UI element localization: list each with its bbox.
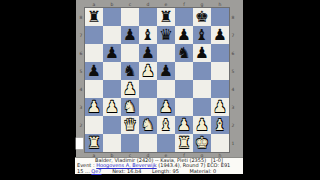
square-e7: ♛ bbox=[157, 26, 175, 44]
square-e5: ♟ bbox=[157, 62, 175, 80]
white-knight-c3: ♞ bbox=[123, 98, 137, 116]
square-g3 bbox=[193, 98, 211, 116]
square-f4 bbox=[175, 80, 193, 98]
white-knight-d2: ♞ bbox=[141, 116, 155, 134]
square-c5: ♞ bbox=[121, 62, 139, 80]
file-label-e: e bbox=[157, 1, 175, 7]
square-f6: ♞ bbox=[175, 44, 193, 62]
white-pawn-h3: ♟ bbox=[213, 98, 227, 116]
square-f1: ♜ bbox=[175, 134, 193, 152]
square-h3: ♟ bbox=[211, 98, 229, 116]
black-pawn-g6: ♟ bbox=[195, 44, 209, 62]
next-move: 16.b4 bbox=[127, 168, 141, 174]
rank-label-4: 4 bbox=[230, 80, 236, 98]
white-bishop-e2: ♝ bbox=[159, 116, 173, 134]
square-c8 bbox=[121, 8, 139, 26]
caption-bar: Balder, Vladimir (2420) -- Kavia, Pleti … bbox=[75, 157, 243, 174]
square-f7: ♟ bbox=[175, 26, 193, 44]
black-pawn-h7: ♟ bbox=[213, 26, 227, 44]
square-h7: ♟ bbox=[211, 26, 229, 44]
square-c7: ♟ bbox=[121, 26, 139, 44]
rank-labels-left: 87654321 bbox=[78, 8, 84, 152]
square-f2: ♟ bbox=[175, 116, 193, 134]
white-pawn-f2: ♟ bbox=[177, 116, 191, 134]
square-d5: ♟ bbox=[139, 62, 157, 80]
square-d2: ♞ bbox=[139, 116, 157, 134]
square-a5: ♟ bbox=[85, 62, 103, 80]
square-a1: ♜ bbox=[85, 134, 103, 152]
white-rook-f1: ♜ bbox=[177, 134, 191, 152]
square-c6 bbox=[121, 44, 139, 62]
rank-label-3: 3 bbox=[78, 98, 84, 116]
square-e2: ♝ bbox=[157, 116, 175, 134]
square-g5 bbox=[193, 62, 211, 80]
square-a4 bbox=[85, 80, 103, 98]
file-labels-top: abcdefgh bbox=[85, 1, 229, 7]
length-label: Length: bbox=[152, 168, 171, 174]
next-label: Next: bbox=[112, 168, 125, 174]
video-frame: abcdefgh 87654321 87654321 ♜♜♚♟♝♛♟♝♟♟♟♞♟… bbox=[0, 0, 320, 180]
square-h1 bbox=[211, 134, 229, 152]
rank-label-8: 8 bbox=[230, 8, 236, 26]
square-g8: ♚ bbox=[193, 8, 211, 26]
square-f3 bbox=[175, 98, 193, 116]
rank-label-3: 3 bbox=[230, 98, 236, 116]
square-d7: ♝ bbox=[139, 26, 157, 44]
rank-label-8: 8 bbox=[78, 8, 84, 26]
square-e1 bbox=[157, 134, 175, 152]
square-b6: ♟ bbox=[103, 44, 121, 62]
rank-label-5: 5 bbox=[78, 62, 84, 80]
length-value: 95 bbox=[173, 168, 179, 174]
rank-label-4: 4 bbox=[78, 80, 84, 98]
square-c4: ♟ bbox=[121, 80, 139, 98]
rank-labels-right: 87654321 bbox=[230, 8, 236, 152]
black-pawn-f7: ♟ bbox=[177, 26, 191, 44]
rank-label-6: 6 bbox=[78, 44, 84, 62]
black-rook-e8: ♜ bbox=[159, 8, 173, 26]
black-pawn-b6: ♟ bbox=[105, 44, 119, 62]
square-b5 bbox=[103, 62, 121, 80]
black-queen-e7: ♛ bbox=[159, 26, 173, 44]
square-h8 bbox=[211, 8, 229, 26]
square-b8 bbox=[103, 8, 121, 26]
black-pawn-d6: ♟ bbox=[141, 44, 155, 62]
square-h6 bbox=[211, 44, 229, 62]
move-played-link[interactable]: Qe7 bbox=[91, 168, 101, 174]
white-pawn-g2: ♟ bbox=[195, 116, 209, 134]
square-e4 bbox=[157, 80, 175, 98]
square-b4 bbox=[103, 80, 121, 98]
white-bishop-h2: ♝ bbox=[213, 116, 227, 134]
rank-label-6: 6 bbox=[230, 44, 236, 62]
square-g1: ♚ bbox=[193, 134, 211, 152]
square-c3: ♞ bbox=[121, 98, 139, 116]
rank-label-2: 2 bbox=[78, 116, 84, 134]
rank1-marker bbox=[76, 138, 83, 149]
black-pawn-c7: ♟ bbox=[123, 26, 137, 44]
square-b3: ♟ bbox=[103, 98, 121, 116]
square-a7 bbox=[85, 26, 103, 44]
square-b1 bbox=[103, 134, 121, 152]
material-value: 0 bbox=[213, 168, 216, 174]
black-knight-f6: ♞ bbox=[177, 44, 191, 62]
square-c1 bbox=[121, 134, 139, 152]
square-e3: ♟ bbox=[157, 98, 175, 116]
square-h5 bbox=[211, 62, 229, 80]
square-a6 bbox=[85, 44, 103, 62]
black-rook-a8: ♜ bbox=[87, 8, 101, 26]
white-pawn-b3: ♟ bbox=[105, 98, 119, 116]
file-label-g: g bbox=[193, 1, 211, 7]
white-pawn-a3: ♟ bbox=[87, 98, 101, 116]
file-label-d: d bbox=[139, 1, 157, 7]
file-label-a: a bbox=[85, 1, 103, 7]
rank-label-5: 5 bbox=[230, 62, 236, 80]
square-b7 bbox=[103, 26, 121, 44]
file-label-f: f bbox=[175, 1, 193, 7]
board: ♜♜♚♟♝♛♟♝♟♟♟♞♟♟♞♟♟♟♟♟♞♟♟♛♞♝♟♟♝♜♜♚ bbox=[85, 8, 229, 152]
square-g7: ♝ bbox=[193, 26, 211, 44]
square-h4 bbox=[211, 80, 229, 98]
rank-label-1: 1 bbox=[230, 134, 236, 152]
material-label: Material: bbox=[189, 168, 211, 174]
square-g2: ♟ bbox=[193, 116, 211, 134]
square-a2 bbox=[85, 116, 103, 134]
square-d1 bbox=[139, 134, 157, 152]
white-pawn-e3: ♟ bbox=[159, 98, 173, 116]
black-knight-c5: ♞ bbox=[123, 62, 137, 80]
white-queen-c2: ♛ bbox=[123, 116, 137, 134]
black-pawn-a5: ♟ bbox=[87, 62, 101, 80]
square-h2: ♝ bbox=[211, 116, 229, 134]
square-f8 bbox=[175, 8, 193, 26]
black-bishop-d7: ♝ bbox=[141, 26, 155, 44]
square-d3 bbox=[139, 98, 157, 116]
status-line: 15 ... Qe7 Next: 16.b4 Length: 95 Materi… bbox=[75, 169, 243, 174]
white-king-g1: ♚ bbox=[195, 134, 209, 152]
rank-label-7: 7 bbox=[78, 26, 84, 44]
black-pawn-e5: ♟ bbox=[159, 62, 173, 80]
square-g4 bbox=[193, 80, 211, 98]
black-bishop-g7: ♝ bbox=[195, 26, 209, 44]
rank-label-7: 7 bbox=[230, 26, 236, 44]
square-f5 bbox=[175, 62, 193, 80]
file-label-b: b bbox=[103, 1, 121, 7]
square-a8: ♜ bbox=[85, 8, 103, 26]
square-g6: ♟ bbox=[193, 44, 211, 62]
white-rook-a1: ♜ bbox=[87, 134, 101, 152]
white-pawn-d5: ♟ bbox=[141, 62, 155, 80]
square-e8: ♜ bbox=[157, 8, 175, 26]
square-b2 bbox=[103, 116, 121, 134]
file-label-h: h bbox=[211, 1, 229, 7]
square-c2: ♛ bbox=[121, 116, 139, 134]
black-king-g8: ♚ bbox=[195, 8, 209, 26]
square-a3: ♟ bbox=[85, 98, 103, 116]
move-number: 15 ... bbox=[77, 168, 90, 174]
file-label-c: c bbox=[121, 1, 139, 7]
square-d4 bbox=[139, 80, 157, 98]
square-d6: ♟ bbox=[139, 44, 157, 62]
square-d8 bbox=[139, 8, 157, 26]
white-pawn-c4: ♟ bbox=[123, 80, 137, 98]
rank-label-2: 2 bbox=[230, 116, 236, 134]
square-e6 bbox=[157, 44, 175, 62]
